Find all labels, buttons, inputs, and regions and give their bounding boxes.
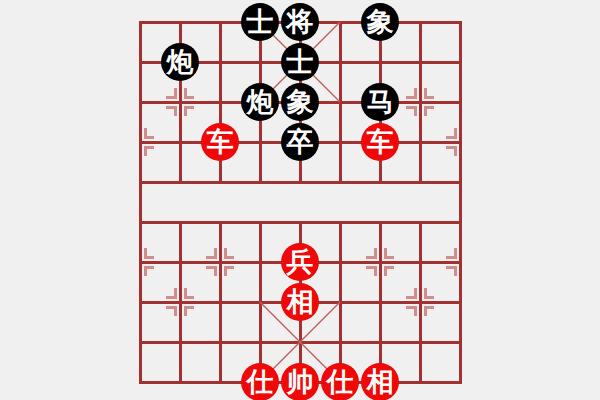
xiangqi-board-screenshot: 士将象炮士炮象马车卒车兵相仕帅仕相 [0,0,600,400]
piece-black-elephant[interactable]: 象 [281,83,319,121]
piece-red-soldier[interactable]: 兵 [281,243,319,281]
pieces-layer: 士将象炮士炮象马车卒车兵相仕帅仕相 [0,0,600,400]
piece-black-cannon[interactable]: 炮 [161,43,199,81]
piece-red-chariot[interactable]: 车 [201,123,239,161]
piece-black-advisor[interactable]: 士 [281,43,319,81]
piece-black-soldier[interactable]: 卒 [281,123,319,161]
piece-black-advisor[interactable]: 士 [241,3,279,41]
piece-red-chariot[interactable]: 车 [361,123,399,161]
piece-red-advisor[interactable]: 仕 [321,363,359,400]
piece-red-elephant[interactable]: 相 [361,363,399,400]
piece-red-elephant[interactable]: 相 [281,283,319,321]
piece-red-advisor[interactable]: 仕 [241,363,279,400]
piece-black-cannon[interactable]: 炮 [241,83,279,121]
piece-black-horse[interactable]: 马 [361,83,399,121]
piece-red-general[interactable]: 帅 [281,363,319,400]
piece-black-general[interactable]: 将 [281,3,319,41]
piece-black-elephant[interactable]: 象 [361,3,399,41]
